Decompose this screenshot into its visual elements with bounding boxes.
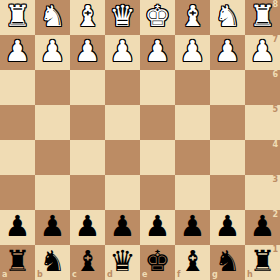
white-bishop-piece[interactable]: ♝ <box>180 0 206 34</box>
white-pawn-piece[interactable]: ♟ <box>250 34 276 69</box>
white-king-piece[interactable]: ♚ <box>145 0 171 34</box>
black-pawn-piece[interactable]: ♟ <box>75 209 101 244</box>
square-c2[interactable]: ♟ <box>70 210 105 245</box>
square-g5[interactable] <box>210 105 245 140</box>
square-f7[interactable]: ♟ <box>175 35 210 70</box>
square-h2[interactable]: ♟2 <box>245 210 280 245</box>
square-f2[interactable]: ♟ <box>175 210 210 245</box>
white-knight-piece[interactable]: ♞ <box>40 0 66 34</box>
square-f4[interactable] <box>175 140 210 175</box>
square-a8[interactable]: ♜ <box>0 0 35 35</box>
white-knight-piece[interactable]: ♞ <box>215 0 241 34</box>
black-pawn-piece[interactable]: ♟ <box>40 209 66 244</box>
square-c3[interactable] <box>70 175 105 210</box>
square-h6[interactable]: 6 <box>245 70 280 105</box>
square-d4[interactable] <box>105 140 140 175</box>
square-c4[interactable] <box>70 140 105 175</box>
black-rook-piece[interactable]: ♜ <box>5 244 31 279</box>
rank-label-3: 3 <box>272 176 278 184</box>
black-knight-piece[interactable]: ♞ <box>215 244 241 279</box>
square-e7[interactable]: ♟ <box>140 35 175 70</box>
square-f5[interactable] <box>175 105 210 140</box>
square-d3[interactable] <box>105 175 140 210</box>
square-b7[interactable]: ♟ <box>35 35 70 70</box>
square-f1[interactable]: ♝f <box>175 245 210 280</box>
square-e6[interactable] <box>140 70 175 105</box>
square-g7[interactable]: ♟ <box>210 35 245 70</box>
black-pawn-piece[interactable]: ♟ <box>215 209 241 244</box>
square-e3[interactable] <box>140 175 175 210</box>
black-pawn-piece[interactable]: ♟ <box>110 209 136 244</box>
white-rook-piece[interactable]: ♜ <box>250 0 276 34</box>
square-e5[interactable] <box>140 105 175 140</box>
black-knight-piece[interactable]: ♞ <box>40 244 66 279</box>
black-pawn-piece[interactable]: ♟ <box>250 209 276 244</box>
white-pawn-piece[interactable]: ♟ <box>145 34 171 69</box>
square-e4[interactable] <box>140 140 175 175</box>
square-d5[interactable] <box>105 105 140 140</box>
square-d6[interactable] <box>105 70 140 105</box>
square-c1[interactable]: ♝c <box>70 245 105 280</box>
square-c7[interactable]: ♟ <box>70 35 105 70</box>
square-e2[interactable]: ♟ <box>140 210 175 245</box>
square-b6[interactable] <box>35 70 70 105</box>
square-e8[interactable]: ♚ <box>140 0 175 35</box>
white-rook-piece[interactable]: ♜ <box>5 0 31 34</box>
square-a4[interactable] <box>0 140 35 175</box>
square-g1[interactable]: ♞g <box>210 245 245 280</box>
square-c5[interactable] <box>70 105 105 140</box>
square-g4[interactable] <box>210 140 245 175</box>
square-b3[interactable] <box>35 175 70 210</box>
square-b4[interactable] <box>35 140 70 175</box>
white-queen-piece[interactable]: ♛ <box>110 0 136 34</box>
square-d8[interactable]: ♛ <box>105 0 140 35</box>
white-pawn-piece[interactable]: ♟ <box>110 34 136 69</box>
white-pawn-piece[interactable]: ♟ <box>40 34 66 69</box>
square-a6[interactable] <box>0 70 35 105</box>
square-b2[interactable]: ♟ <box>35 210 70 245</box>
square-g2[interactable]: ♟ <box>210 210 245 245</box>
black-queen-piece[interactable]: ♛ <box>110 244 136 279</box>
rank-label-5: 5 <box>272 106 278 114</box>
square-g6[interactable] <box>210 70 245 105</box>
rank-label-4: 4 <box>272 141 278 149</box>
black-bishop-piece[interactable]: ♝ <box>180 244 206 279</box>
black-bishop-piece[interactable]: ♝ <box>75 244 101 279</box>
white-pawn-piece[interactable]: ♟ <box>180 34 206 69</box>
square-h1[interactable]: ♜1h <box>245 245 280 280</box>
square-h5[interactable]: 5 <box>245 105 280 140</box>
square-g8[interactable]: ♞ <box>210 0 245 35</box>
square-a2[interactable]: ♟ <box>0 210 35 245</box>
square-c6[interactable] <box>70 70 105 105</box>
black-pawn-piece[interactable]: ♟ <box>145 209 171 244</box>
white-pawn-piece[interactable]: ♟ <box>215 34 241 69</box>
square-a1[interactable]: ♜a <box>0 245 35 280</box>
black-pawn-piece[interactable]: ♟ <box>180 209 206 244</box>
white-pawn-piece[interactable]: ♟ <box>5 34 31 69</box>
white-bishop-piece[interactable]: ♝ <box>75 0 101 34</box>
chess-board: ♜♞♝♛♚♝♞♜8♟♟♟♟♟♟♟♟76543♟♟♟♟♟♟♟♟2♜a♞b♝c♛d♚… <box>0 0 280 280</box>
square-b1[interactable]: ♞b <box>35 245 70 280</box>
square-f6[interactable] <box>175 70 210 105</box>
black-pawn-piece[interactable]: ♟ <box>5 209 31 244</box>
square-d2[interactable]: ♟ <box>105 210 140 245</box>
square-g3[interactable] <box>210 175 245 210</box>
square-a5[interactable] <box>0 105 35 140</box>
square-e1[interactable]: ♚e <box>140 245 175 280</box>
square-h7[interactable]: ♟7 <box>245 35 280 70</box>
square-b8[interactable]: ♞ <box>35 0 70 35</box>
square-c8[interactable]: ♝ <box>70 0 105 35</box>
white-pawn-piece[interactable]: ♟ <box>75 34 101 69</box>
square-a7[interactable]: ♟ <box>0 35 35 70</box>
square-a3[interactable] <box>0 175 35 210</box>
square-d1[interactable]: ♛d <box>105 245 140 280</box>
rank-label-6: 6 <box>272 71 278 79</box>
black-king-piece[interactable]: ♚ <box>145 244 171 279</box>
square-h4[interactable]: 4 <box>245 140 280 175</box>
square-b5[interactable] <box>35 105 70 140</box>
square-f3[interactable] <box>175 175 210 210</box>
square-h8[interactable]: ♜8 <box>245 0 280 35</box>
square-d7[interactable]: ♟ <box>105 35 140 70</box>
black-rook-piece[interactable]: ♜ <box>250 244 276 279</box>
square-f8[interactable]: ♝ <box>175 0 210 35</box>
square-h3[interactable]: 3 <box>245 175 280 210</box>
